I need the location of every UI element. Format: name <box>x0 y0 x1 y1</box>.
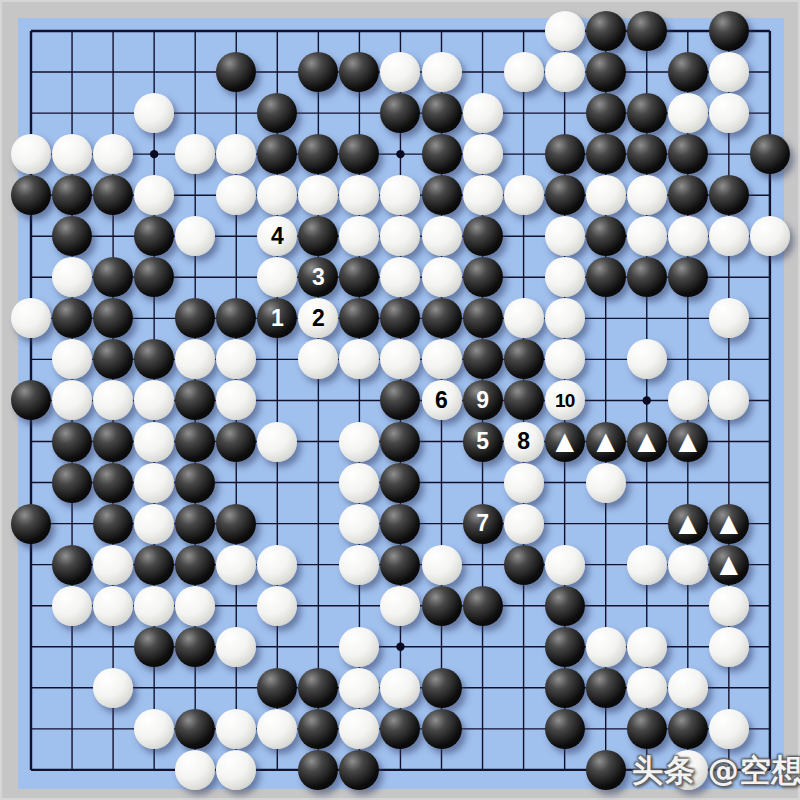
stone-white <box>668 216 708 256</box>
stone-black <box>545 586 585 626</box>
stone-black <box>93 463 133 503</box>
stone-black <box>463 586 503 626</box>
triangle-mark-icon: ▲ <box>638 429 656 453</box>
triangle-mark-icon: ▲ <box>720 511 738 535</box>
stone-black <box>463 298 503 338</box>
stone-black <box>380 463 420 503</box>
stone-black <box>463 216 503 256</box>
stone-white <box>668 545 708 585</box>
stone-black-triangle-marked: ▲ <box>668 422 708 462</box>
stone-black <box>627 257 667 297</box>
stone-white <box>339 545 379 585</box>
stone-white <box>216 545 256 585</box>
stone-black <box>586 11 626 51</box>
stone-black <box>586 668 626 708</box>
stone-black <box>668 709 708 749</box>
stone-white <box>627 627 667 667</box>
stone-black <box>463 339 503 379</box>
stone-white <box>422 545 462 585</box>
stone-black-triangle-marked: ▲ <box>668 504 708 544</box>
triangle-mark-icon: ▲ <box>596 429 614 453</box>
stone-black <box>134 627 174 667</box>
stone-black <box>709 11 749 51</box>
stone-black <box>257 668 297 708</box>
stone-black <box>11 504 51 544</box>
stone-black <box>134 545 174 585</box>
move-number-label: 10 <box>555 391 574 410</box>
stone-white <box>339 668 379 708</box>
stone-white <box>52 586 92 626</box>
stone-white <box>627 668 667 708</box>
stone-white <box>93 134 133 174</box>
stone-black <box>545 709 585 749</box>
stone-black <box>380 545 420 585</box>
stone-white <box>668 668 708 708</box>
stone-black-move-7: 7 <box>463 504 503 544</box>
stone-black <box>545 627 585 667</box>
stone-white <box>339 504 379 544</box>
stone-black-move-9: 9 <box>463 380 503 420</box>
stone-white <box>134 93 174 133</box>
stone-black <box>422 93 462 133</box>
stone-black <box>175 545 215 585</box>
stone-white <box>463 93 503 133</box>
stone-black <box>93 422 133 462</box>
stone-white <box>709 216 749 256</box>
stone-white <box>339 463 379 503</box>
stone-black <box>298 750 338 790</box>
stone-black <box>175 627 215 667</box>
stone-white <box>422 216 462 256</box>
stone-white <box>380 668 420 708</box>
stone-black <box>586 52 626 92</box>
stone-black <box>52 175 92 215</box>
stone-white <box>339 627 379 667</box>
triangle-mark-icon: ▲ <box>679 429 697 453</box>
stone-black <box>586 750 626 790</box>
stone-black <box>709 175 749 215</box>
stone-black <box>668 257 708 297</box>
stone-black <box>422 175 462 215</box>
stone-black <box>627 134 667 174</box>
stone-black <box>586 216 626 256</box>
stone-white <box>668 380 708 420</box>
stone-white <box>216 709 256 749</box>
stone-white <box>668 93 708 133</box>
stone-black <box>586 134 626 174</box>
stone-black <box>545 134 585 174</box>
stone-black <box>216 422 256 462</box>
stone-white <box>545 216 585 256</box>
stone-white <box>504 463 544 503</box>
stone-white <box>627 339 667 379</box>
stone-black <box>463 257 503 297</box>
stone-black <box>545 668 585 708</box>
stone-black <box>422 134 462 174</box>
stone-white <box>134 586 174 626</box>
stone-white <box>545 339 585 379</box>
stone-black <box>627 11 667 51</box>
stone-white <box>11 134 51 174</box>
stone-white <box>586 175 626 215</box>
stone-black <box>52 422 92 462</box>
triangle-mark-icon: ▲ <box>555 429 573 453</box>
stone-black <box>504 545 544 585</box>
stone-white <box>134 504 174 544</box>
stone-white-move-6: 6 <box>422 380 462 420</box>
stone-white <box>93 668 133 708</box>
stone-white <box>504 504 544 544</box>
stone-black <box>750 134 790 174</box>
stone-white <box>422 52 462 92</box>
stone-black <box>422 668 462 708</box>
stone-black-triangle-marked: ▲ <box>586 422 626 462</box>
stone-black <box>627 709 667 749</box>
stone-white <box>709 709 749 749</box>
move-number-label: 9 <box>476 389 489 412</box>
stone-white-move-8: 8 <box>504 422 544 462</box>
triangle-mark-icon: ▲ <box>720 552 738 576</box>
stone-white <box>257 422 297 462</box>
stone-black <box>627 93 667 133</box>
stone-white <box>134 709 174 749</box>
stone-white <box>545 52 585 92</box>
stone-white <box>380 586 420 626</box>
stone-white <box>627 545 667 585</box>
stone-white <box>627 175 667 215</box>
move-number-label: 6 <box>435 389 448 412</box>
stone-black <box>175 709 215 749</box>
stone-black <box>668 175 708 215</box>
stone-white <box>545 545 585 585</box>
stone-black-move-5: 5 <box>463 422 503 462</box>
stone-black <box>586 257 626 297</box>
stone-black <box>380 422 420 462</box>
stone-white <box>52 134 92 174</box>
stone-black-triangle-marked: ▲ <box>709 504 749 544</box>
stone-white <box>257 586 297 626</box>
stone-white <box>709 627 749 667</box>
stone-white <box>175 750 215 790</box>
stone-black <box>422 709 462 749</box>
board-frame: 4312691058▲▲▲▲7▲▲▲ 头条 @空想千年 <box>0 0 800 800</box>
stone-black-triangle-marked: ▲ <box>627 422 667 462</box>
stone-black <box>668 52 708 92</box>
stone-white <box>709 586 749 626</box>
stone-black <box>545 175 585 215</box>
watermark-text: 头条 @空想千年 <box>632 750 800 792</box>
stone-black <box>504 380 544 420</box>
move-number-label: 2 <box>312 307 325 330</box>
stone-white <box>257 709 297 749</box>
stone-black <box>298 709 338 749</box>
stone-black <box>93 175 133 215</box>
move-number-label: 8 <box>517 430 530 453</box>
stone-white <box>504 52 544 92</box>
stone-white <box>545 11 585 51</box>
stone-black <box>175 504 215 544</box>
stone-white <box>134 422 174 462</box>
stone-black-triangle-marked: ▲ <box>545 422 585 462</box>
stone-white <box>709 52 749 92</box>
stone-black <box>298 668 338 708</box>
move-number-label: 1 <box>271 307 284 330</box>
stone-white <box>750 216 790 256</box>
stone-white <box>627 216 667 256</box>
stone-black <box>175 422 215 462</box>
stone-white <box>216 750 256 790</box>
stone-white <box>586 627 626 667</box>
stone-white <box>463 175 503 215</box>
stone-black <box>175 463 215 503</box>
stone-black <box>422 298 462 338</box>
stone-black <box>668 134 708 174</box>
stone-white-move-10: 10 <box>545 380 585 420</box>
stone-white <box>339 709 379 749</box>
stone-black <box>216 504 256 544</box>
stone-white <box>339 422 379 462</box>
stone-white <box>257 545 297 585</box>
move-number-label: 7 <box>476 512 489 535</box>
stone-white <box>93 586 133 626</box>
triangle-mark-icon: ▲ <box>679 511 697 535</box>
stone-white <box>504 298 544 338</box>
stone-white <box>709 298 749 338</box>
move-number-label: 4 <box>271 225 284 248</box>
stone-white <box>545 257 585 297</box>
stone-white <box>216 627 256 667</box>
stone-black <box>52 545 92 585</box>
stone-white <box>504 175 544 215</box>
stone-white <box>463 134 503 174</box>
stone-white <box>709 93 749 133</box>
stone-white <box>93 545 133 585</box>
stone-black <box>52 463 92 503</box>
stone-white <box>422 339 462 379</box>
stone-white <box>175 586 215 626</box>
stone-white <box>422 257 462 297</box>
stone-black <box>11 175 51 215</box>
move-number-label: 5 <box>476 430 489 453</box>
stone-white <box>586 463 626 503</box>
stone-black <box>380 504 420 544</box>
stone-white <box>134 463 174 503</box>
stone-black <box>93 504 133 544</box>
stone-black <box>504 339 544 379</box>
move-number-label: 3 <box>312 266 325 289</box>
stone-black-triangle-marked: ▲ <box>709 545 749 585</box>
stone-black <box>422 586 462 626</box>
stone-white <box>545 298 585 338</box>
stone-black <box>586 93 626 133</box>
